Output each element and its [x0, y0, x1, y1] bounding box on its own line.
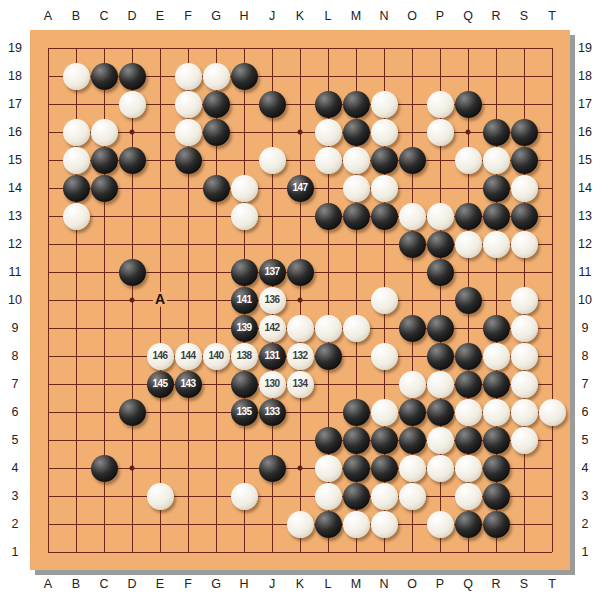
intersection-B11[interactable] — [62, 258, 90, 286]
intersection-A7[interactable] — [34, 370, 62, 398]
black-stone-Q5 — [455, 427, 482, 454]
black-stone-D11 — [119, 259, 146, 286]
intersection-C12[interactable] — [90, 230, 118, 258]
intersection-F1[interactable] — [174, 538, 202, 566]
intersection-M19[interactable] — [342, 34, 370, 62]
coordinate-label: G — [202, 6, 230, 26]
intersection-D2[interactable] — [118, 510, 146, 538]
white-stone-N2 — [371, 511, 398, 538]
coordinate-label: E — [146, 574, 174, 594]
coordinate-label: T — [538, 574, 566, 594]
intersection-E9[interactable] — [146, 314, 174, 342]
intersection-A15[interactable] — [34, 146, 62, 174]
coordinate-label: 4 — [572, 454, 598, 482]
intersection-D7[interactable] — [118, 370, 146, 398]
move-number-label: 131 — [264, 351, 279, 361]
black-stone-R2 — [483, 511, 510, 538]
white-stone-J9: 142 — [259, 315, 286, 342]
coordinate-label: F — [174, 574, 202, 594]
black-stone-C4 — [91, 455, 118, 482]
intersection-L10[interactable] — [314, 286, 342, 314]
intersection-T2[interactable] — [538, 510, 566, 538]
intersection-T9[interactable] — [538, 314, 566, 342]
intersection-B4[interactable] — [62, 454, 90, 482]
coordinate-label: 19 — [572, 34, 598, 62]
intersection-G1[interactable] — [202, 538, 230, 566]
intersection-D13[interactable] — [118, 202, 146, 230]
intersection-P1[interactable] — [426, 538, 454, 566]
move-number-label: 145 — [152, 379, 167, 389]
black-stone-H9: 139 — [231, 315, 258, 342]
intersection-B8[interactable] — [62, 342, 90, 370]
intersection-K12[interactable] — [286, 230, 314, 258]
intersection-A3[interactable] — [34, 482, 62, 510]
coordinate-label: 13 — [2, 202, 28, 230]
intersection-H12[interactable] — [230, 230, 258, 258]
intersection-T5[interactable] — [538, 426, 566, 454]
intersection-R18[interactable] — [482, 62, 510, 90]
coordinate-label: 17 — [572, 90, 598, 118]
intersection-T1[interactable] — [538, 538, 566, 566]
white-stone-B16 — [63, 119, 90, 146]
intersection-T12[interactable] — [538, 230, 566, 258]
intersection-J5[interactable] — [258, 426, 286, 454]
intersection-E18[interactable] — [146, 62, 174, 90]
coordinate-label: C — [90, 574, 118, 594]
intersection-J19[interactable] — [258, 34, 286, 62]
intersection-B17[interactable] — [62, 90, 90, 118]
intersection-A18[interactable] — [34, 62, 62, 90]
black-stone-O6 — [399, 399, 426, 426]
intersection-T3[interactable] — [538, 482, 566, 510]
black-stone-P6 — [427, 399, 454, 426]
intersection-D1[interactable] — [118, 538, 146, 566]
intersection-O1[interactable] — [398, 538, 426, 566]
move-number-label: 140 — [208, 351, 223, 361]
intersection-N11[interactable] — [370, 258, 398, 286]
intersection-J2[interactable] — [258, 510, 286, 538]
intersection-B2[interactable] — [62, 510, 90, 538]
intersection-Q19[interactable] — [454, 34, 482, 62]
intersection-L14[interactable] — [314, 174, 342, 202]
intersection-P3[interactable] — [426, 482, 454, 510]
white-stone-P7 — [427, 371, 454, 398]
intersection-C9[interactable] — [90, 314, 118, 342]
intersection-A5[interactable] — [34, 426, 62, 454]
black-stone-L17 — [315, 91, 342, 118]
move-number-label: 138 — [236, 351, 251, 361]
intersection-G11[interactable] — [202, 258, 230, 286]
black-stone-O12 — [399, 231, 426, 258]
black-stone-H6: 135 — [231, 399, 258, 426]
intersection-F6[interactable] — [174, 398, 202, 426]
black-stone-O9 — [399, 315, 426, 342]
intersection-Q14[interactable] — [454, 174, 482, 202]
intersection-T10[interactable] — [538, 286, 566, 314]
black-stone-F15 — [175, 147, 202, 174]
white-stone-L9 — [315, 315, 342, 342]
intersection-E2[interactable] — [146, 510, 174, 538]
black-stone-M3 — [343, 483, 370, 510]
intersection-S19[interactable] — [510, 34, 538, 62]
intersection-Q18[interactable] — [454, 62, 482, 90]
intersection-G10[interactable] — [202, 286, 230, 314]
intersection-D5[interactable] — [118, 426, 146, 454]
intersection-N1[interactable] — [370, 538, 398, 566]
white-stone-L15 — [315, 147, 342, 174]
coordinate-label: 16 — [2, 118, 28, 146]
white-stone-P2 — [427, 511, 454, 538]
intersection-P19[interactable] — [426, 34, 454, 62]
intersection-D19[interactable] — [118, 34, 146, 62]
intersection-B6[interactable] — [62, 398, 90, 426]
intersection-A6[interactable] — [34, 398, 62, 426]
intersection-F5[interactable] — [174, 426, 202, 454]
white-stone-O7 — [399, 371, 426, 398]
intersection-Q9[interactable] — [454, 314, 482, 342]
intersection-G5[interactable] — [202, 426, 230, 454]
intersection-K5[interactable] — [286, 426, 314, 454]
intersection-P14[interactable] — [426, 174, 454, 202]
intersection-A1[interactable] — [34, 538, 62, 566]
intersection-T18[interactable] — [538, 62, 566, 90]
intersection-G12[interactable] — [202, 230, 230, 258]
intersection-N9[interactable] — [370, 314, 398, 342]
intersection-G15[interactable] — [202, 146, 230, 174]
intersection-E6[interactable] — [146, 398, 174, 426]
intersection-T17[interactable] — [538, 90, 566, 118]
intersection-O16[interactable] — [398, 118, 426, 146]
intersection-T4[interactable] — [538, 454, 566, 482]
intersection-K19[interactable] — [286, 34, 314, 62]
coordinate-label: Q — [454, 574, 482, 594]
coordinate-label: 3 — [2, 482, 28, 510]
white-stone-S10 — [511, 287, 538, 314]
intersection-P18[interactable] — [426, 62, 454, 90]
intersection-D14[interactable] — [118, 174, 146, 202]
black-stone-J6: 133 — [259, 399, 286, 426]
intersection-H17[interactable] — [230, 90, 258, 118]
coordinate-label: G — [202, 574, 230, 594]
intersection-J1[interactable] — [258, 538, 286, 566]
intersection-B10[interactable] — [62, 286, 90, 314]
white-stone-L4 — [315, 455, 342, 482]
intersection-D3[interactable] — [118, 482, 146, 510]
white-stone-P5 — [427, 427, 454, 454]
intersection-A10[interactable] — [34, 286, 62, 314]
move-number-label: 143 — [180, 379, 195, 389]
intersection-N19[interactable] — [370, 34, 398, 62]
intersection-Q1[interactable] — [454, 538, 482, 566]
intersection-T13[interactable] — [538, 202, 566, 230]
intersection-S11[interactable] — [510, 258, 538, 286]
intersection-M12[interactable] — [342, 230, 370, 258]
intersection-A17[interactable] — [34, 90, 62, 118]
intersection-P10[interactable] — [426, 286, 454, 314]
intersection-T19[interactable] — [538, 34, 566, 62]
intersection-O8[interactable] — [398, 342, 426, 370]
intersection-F4[interactable] — [174, 454, 202, 482]
intersection-J18[interactable] — [258, 62, 286, 90]
intersection-C7[interactable] — [90, 370, 118, 398]
intersection-F13[interactable] — [174, 202, 202, 230]
white-stone-S6 — [511, 399, 538, 426]
intersection-R19[interactable] — [482, 34, 510, 62]
board-grid: 1471371411361391421461441401381311321451… — [34, 34, 566, 566]
intersection-B19[interactable] — [62, 34, 90, 62]
intersection-E12[interactable] — [146, 230, 174, 258]
intersection-D8[interactable] — [118, 342, 146, 370]
intersection-E15[interactable] — [146, 146, 174, 174]
coordinate-label: N — [370, 6, 398, 26]
intersection-S4[interactable] — [510, 454, 538, 482]
intersection-K15[interactable] — [286, 146, 314, 174]
coordinate-label: K — [286, 6, 314, 26]
intersection-K6[interactable] — [286, 398, 314, 426]
intersection-G19[interactable] — [202, 34, 230, 62]
intersection-M18[interactable] — [342, 62, 370, 90]
intersection-K17[interactable] — [286, 90, 314, 118]
intersection-C6[interactable] — [90, 398, 118, 426]
coordinate-label: E — [146, 6, 174, 26]
intersection-P15[interactable] — [426, 146, 454, 174]
white-stone-E8: 146 — [147, 343, 174, 370]
coordinate-label: 16 — [572, 118, 598, 146]
intersection-M8[interactable] — [342, 342, 370, 370]
intersection-E5[interactable] — [146, 426, 174, 454]
intersection-A13[interactable] — [34, 202, 62, 230]
intersection-F3[interactable] — [174, 482, 202, 510]
intersection-Q11[interactable] — [454, 258, 482, 286]
intersection-F12[interactable] — [174, 230, 202, 258]
intersection-M10[interactable] — [342, 286, 370, 314]
intersection-F2[interactable] — [174, 510, 202, 538]
coordinate-label: 9 — [2, 314, 28, 342]
intersection-B1[interactable] — [62, 538, 90, 566]
intersection-J13[interactable] — [258, 202, 286, 230]
intersection-A14[interactable] — [34, 174, 62, 202]
intersection-B12[interactable] — [62, 230, 90, 258]
coordinate-label: 13 — [572, 202, 598, 230]
intersection-L7[interactable] — [314, 370, 342, 398]
intersection-E19[interactable] — [146, 34, 174, 62]
coordinate-label: 14 — [572, 174, 598, 202]
intersection-C19[interactable] — [90, 34, 118, 62]
white-stone-F8: 144 — [175, 343, 202, 370]
black-stone-G16 — [203, 119, 230, 146]
coordinate-label: A — [34, 574, 62, 594]
intersection-B9[interactable] — [62, 314, 90, 342]
intersection-L18[interactable] — [314, 62, 342, 90]
coordinate-label: T — [538, 6, 566, 26]
black-stone-J8: 131 — [259, 343, 286, 370]
intersection-M7[interactable] — [342, 370, 370, 398]
black-stone-R16 — [483, 119, 510, 146]
intersection-A16[interactable] — [34, 118, 62, 146]
intersection-M1[interactable] — [342, 538, 370, 566]
intersection-G6[interactable] — [202, 398, 230, 426]
intersection-H15[interactable] — [230, 146, 258, 174]
coordinate-label: H — [230, 6, 258, 26]
intersection-D9[interactable] — [118, 314, 146, 342]
intersection-O17[interactable] — [398, 90, 426, 118]
intersection-N18[interactable] — [370, 62, 398, 90]
white-stone-H8: 138 — [231, 343, 258, 370]
coordinate-label: 11 — [2, 258, 28, 286]
white-stone-M14 — [343, 175, 370, 202]
intersection-G9[interactable] — [202, 314, 230, 342]
intersection-O19[interactable] — [398, 34, 426, 62]
intersection-B7[interactable] — [62, 370, 90, 398]
coordinate-label: 6 — [2, 398, 28, 426]
intersection-A19[interactable] — [34, 34, 62, 62]
intersection-J14[interactable] — [258, 174, 286, 202]
white-stone-F16 — [175, 119, 202, 146]
intersection-E13[interactable] — [146, 202, 174, 230]
intersection-R11[interactable] — [482, 258, 510, 286]
intersection-C17[interactable] — [90, 90, 118, 118]
intersection-E16[interactable] — [146, 118, 174, 146]
intersection-R17[interactable] — [482, 90, 510, 118]
intersection-F10[interactable] — [174, 286, 202, 314]
intersection-T15[interactable] — [538, 146, 566, 174]
intersection-T16[interactable] — [538, 118, 566, 146]
intersection-S3[interactable] — [510, 482, 538, 510]
intersection-A12[interactable] — [34, 230, 62, 258]
black-stone-G17 — [203, 91, 230, 118]
intersection-K3[interactable] — [286, 482, 314, 510]
coordinate-label: O — [398, 6, 426, 26]
intersection-C8[interactable] — [90, 342, 118, 370]
white-stone-B18 — [63, 63, 90, 90]
black-stone-P12 — [427, 231, 454, 258]
coordinate-label: 14 — [2, 174, 28, 202]
black-stone-M16 — [343, 119, 370, 146]
intersection-J16[interactable] — [258, 118, 286, 146]
white-stone-N10 — [371, 287, 398, 314]
star-point — [130, 298, 135, 303]
black-stone-K14: 147 — [287, 175, 314, 202]
intersection-N12[interactable] — [370, 230, 398, 258]
intersection-A8[interactable] — [34, 342, 62, 370]
intersection-E14[interactable] — [146, 174, 174, 202]
intersection-G13[interactable] — [202, 202, 230, 230]
coordinate-label: R — [482, 574, 510, 594]
intersection-C5[interactable] — [90, 426, 118, 454]
intersection-F19[interactable] — [174, 34, 202, 62]
intersection-L1[interactable] — [314, 538, 342, 566]
intersection-A4[interactable] — [34, 454, 62, 482]
intersection-A11[interactable] — [34, 258, 62, 286]
coordinate-label: 9 — [572, 314, 598, 342]
white-stone-S9 — [511, 315, 538, 342]
coordinate-label: 15 — [572, 146, 598, 174]
intersection-H19[interactable] — [230, 34, 258, 62]
intersection-C13[interactable] — [90, 202, 118, 230]
intersection-C3[interactable] — [90, 482, 118, 510]
intersection-N7[interactable] — [370, 370, 398, 398]
intersection-L6[interactable] — [314, 398, 342, 426]
intersection-A2[interactable] — [34, 510, 62, 538]
coordinate-label: 19 — [2, 34, 28, 62]
intersection-E1[interactable] — [146, 538, 174, 566]
intersection-J3[interactable] — [258, 482, 286, 510]
intersection-K1[interactable] — [286, 538, 314, 566]
intersection-K13[interactable] — [286, 202, 314, 230]
intersection-H4[interactable] — [230, 454, 258, 482]
intersection-F9[interactable] — [174, 314, 202, 342]
black-stone-P11 — [427, 259, 454, 286]
black-stone-G14 — [203, 175, 230, 202]
intersection-K18[interactable] — [286, 62, 314, 90]
intersection-T7[interactable] — [538, 370, 566, 398]
intersection-L19[interactable] — [314, 34, 342, 62]
intersection-L11[interactable] — [314, 258, 342, 286]
white-stone-L16 — [315, 119, 342, 146]
intersection-J12[interactable] — [258, 230, 286, 258]
white-stone-N16 — [371, 119, 398, 146]
black-stone-M17 — [343, 91, 370, 118]
intersection-O11[interactable] — [398, 258, 426, 286]
white-stone-G8: 140 — [203, 343, 230, 370]
intersection-L12[interactable] — [314, 230, 342, 258]
intersection-S1[interactable] — [510, 538, 538, 566]
intersection-E17[interactable] — [146, 90, 174, 118]
intersection-T14[interactable] — [538, 174, 566, 202]
intersection-S18[interactable] — [510, 62, 538, 90]
intersection-M11[interactable] — [342, 258, 370, 286]
intersection-T8[interactable] — [538, 342, 566, 370]
coordinate-label: L — [314, 6, 342, 26]
intersection-R1[interactable] — [482, 538, 510, 566]
intersection-O10[interactable] — [398, 286, 426, 314]
intersection-S17[interactable] — [510, 90, 538, 118]
intersection-H5[interactable] — [230, 426, 258, 454]
intersection-R10[interactable] — [482, 286, 510, 314]
intersection-O18[interactable] — [398, 62, 426, 90]
intersection-H16[interactable] — [230, 118, 258, 146]
intersection-O2[interactable] — [398, 510, 426, 538]
intersection-E11[interactable] — [146, 258, 174, 286]
black-stone-Q17 — [455, 91, 482, 118]
intersection-C11[interactable] — [90, 258, 118, 286]
intersection-H1[interactable] — [230, 538, 258, 566]
intersection-F11[interactable] — [174, 258, 202, 286]
intersection-H2[interactable] — [230, 510, 258, 538]
intersection-G2[interactable] — [202, 510, 230, 538]
intersection-S2[interactable] — [510, 510, 538, 538]
intersection-F14[interactable] — [174, 174, 202, 202]
intersection-G3[interactable] — [202, 482, 230, 510]
black-stone-C18 — [91, 63, 118, 90]
intersection-C2[interactable] — [90, 510, 118, 538]
intersection-E4[interactable] — [146, 454, 174, 482]
white-stone-J10: 136 — [259, 287, 286, 314]
intersection-G7[interactable] — [202, 370, 230, 398]
white-stone-Q12 — [455, 231, 482, 258]
intersection-A9[interactable] — [34, 314, 62, 342]
intersection-D12[interactable] — [118, 230, 146, 258]
intersection-B5[interactable] — [62, 426, 90, 454]
intersection-T11[interactable] — [538, 258, 566, 286]
coordinate-label: 12 — [2, 230, 28, 258]
intersection-B3[interactable] — [62, 482, 90, 510]
coordinate-label: 7 — [572, 370, 598, 398]
intersection-C10[interactable] — [90, 286, 118, 314]
intersection-G4[interactable] — [202, 454, 230, 482]
intersection-C1[interactable] — [90, 538, 118, 566]
intersection-O14[interactable] — [398, 174, 426, 202]
